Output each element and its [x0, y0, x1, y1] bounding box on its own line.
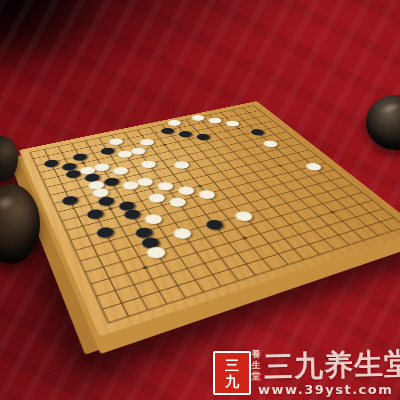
white-stone[interactable]: ●: [144, 244, 168, 259]
black-stone[interactable]: ●: [84, 206, 105, 219]
logo-char-1: 三: [225, 357, 239, 373]
white-stone[interactable]: ●: [146, 191, 167, 203]
watermark-logo-side-text: 養 生 堂: [250, 349, 262, 381]
white-stone[interactable]: ●: [135, 176, 155, 187]
stone-bowl-left-upper[interactable]: [0, 136, 18, 182]
stone-bowl-right[interactable]: [366, 95, 400, 150]
watermark-logo-seal: 三 九: [213, 351, 251, 395]
black-stone[interactable]: ●: [60, 194, 80, 206]
go-board[interactable]: ●●●●●●●●●●●●●●●●●●●●●●●●●●●●●●●●●●●●●●●●…: [50, 36, 350, 336]
watermark: 三 九 養 生 堂 三九养生堂 www.39yst.com: [0, 344, 400, 400]
bowl-highlight: [0, 190, 21, 215]
go-board-plane[interactable]: ●●●●●●●●●●●●●●●●●●●●●●●●●●●●●●●●●●●●●●●●…: [19, 101, 400, 336]
black-stone[interactable]: ●: [121, 207, 142, 220]
stone-bowl-left-lower[interactable]: [0, 184, 40, 264]
photo-scene: ●●●●●●●●●●●●●●●●●●●●●●●●●●●●●●●●●●●●●●●●…: [0, 0, 400, 400]
watermark-url: www.39yst.com: [258, 382, 393, 397]
black-stone[interactable]: ●: [94, 224, 116, 238]
logo-char-2: 九: [225, 373, 239, 389]
bowl-highlight: [376, 98, 400, 118]
black-stone[interactable]: ●: [42, 158, 60, 168]
white-stone[interactable]: ●: [129, 146, 147, 155]
